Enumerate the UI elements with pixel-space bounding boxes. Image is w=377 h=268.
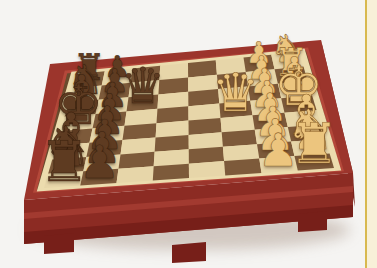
square-d1 — [153, 164, 189, 181]
square-e1 — [189, 161, 225, 178]
frame-foot-1 — [44, 233, 74, 254]
square-e2 — [189, 147, 224, 164]
frame-foot-3 — [298, 211, 327, 232]
square-f3 — [222, 130, 257, 147]
piece-light-rook-h1: ♜ — [289, 116, 339, 172]
square-c3 — [121, 137, 156, 154]
square-d2 — [154, 149, 189, 166]
piece-dark-queen-c6: ♛ — [120, 62, 165, 112]
square-d4 — [156, 121, 189, 138]
square-f2 — [223, 144, 259, 161]
square-f1 — [224, 159, 261, 176]
square-d3 — [155, 135, 189, 152]
chess-set-product-photo: ♜♟♟♞♞♟♟♜♝♟♛♟♝♚♟♛♟♚♟♟♝♟♟♝♞♟♟♞♜♟♟♜ — [0, 0, 377, 268]
piece-dark-pawn-b1: ♟ — [79, 140, 120, 186]
frame-foot-2 — [172, 242, 206, 263]
square-c2 — [119, 152, 155, 169]
square-c1 — [117, 166, 154, 183]
square-c4 — [123, 123, 157, 140]
square-e3 — [189, 132, 223, 149]
